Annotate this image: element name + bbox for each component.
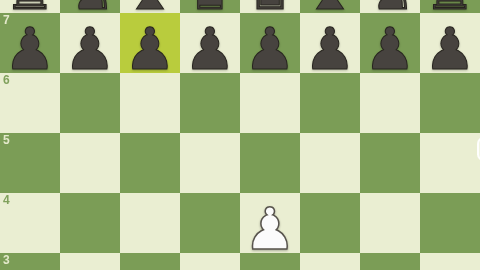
square-f5[interactable] xyxy=(300,133,360,193)
square-g8[interactable]: ♞ xyxy=(360,0,420,13)
square-e6[interactable] xyxy=(240,73,300,133)
square-e3[interactable] xyxy=(240,253,300,270)
square-h6[interactable] xyxy=(420,73,480,133)
square-c7[interactable]: ♟ xyxy=(120,13,180,73)
square-g4[interactable] xyxy=(360,193,420,253)
chess-app-viewport: 8♜♞♝♛♚♝♞♜7♟♟♟♟♟♟♟♟654♟32♟♟♟♟♟♟♟1♜♞♝♛♚♝♞♜ xyxy=(0,0,480,270)
square-f4[interactable] xyxy=(300,193,360,253)
square-e8[interactable]: ♚ xyxy=(240,0,300,13)
black-pawn-b7[interactable]: ♟ xyxy=(60,19,120,79)
square-f3[interactable] xyxy=(300,253,360,270)
rank-label-4: 4 xyxy=(3,193,10,208)
square-a6[interactable]: 6 xyxy=(0,73,60,133)
square-g3[interactable] xyxy=(360,253,420,270)
rank-label-5: 5 xyxy=(3,133,10,148)
square-a3[interactable]: 3 xyxy=(0,253,60,270)
black-pawn-h7[interactable]: ♟ xyxy=(420,19,480,79)
square-c6[interactable] xyxy=(120,73,180,133)
square-a7[interactable]: 7♟ xyxy=(0,13,60,73)
rank-label-3: 3 xyxy=(3,253,10,268)
square-b7[interactable]: ♟ xyxy=(60,13,120,73)
square-e5[interactable] xyxy=(240,133,300,193)
square-d8[interactable]: ♛ xyxy=(180,0,240,13)
black-pawn-f7[interactable]: ♟ xyxy=(300,19,360,79)
square-h7[interactable]: ♟ xyxy=(420,13,480,73)
square-a4[interactable]: 4 xyxy=(0,193,60,253)
square-c5[interactable] xyxy=(120,133,180,193)
square-c4[interactable] xyxy=(120,193,180,253)
square-b3[interactable] xyxy=(60,253,120,270)
black-pawn-d7[interactable]: ♟ xyxy=(180,19,240,79)
square-h5[interactable] xyxy=(420,133,480,193)
square-d5[interactable] xyxy=(180,133,240,193)
square-h3[interactable] xyxy=(420,253,480,270)
square-g7[interactable]: ♟ xyxy=(360,13,420,73)
square-d4[interactable] xyxy=(180,193,240,253)
black-pawn-g7[interactable]: ♟ xyxy=(360,19,420,79)
square-b6[interactable] xyxy=(60,73,120,133)
square-f8[interactable]: ♝ xyxy=(300,0,360,13)
square-g6[interactable] xyxy=(360,73,420,133)
black-pawn-a7[interactable]: ♟ xyxy=(0,19,60,79)
square-f6[interactable] xyxy=(300,73,360,133)
square-b8[interactable]: ♞ xyxy=(60,0,120,13)
square-a5[interactable]: 5 xyxy=(0,133,60,193)
square-h8[interactable]: ♜ xyxy=(420,0,480,13)
square-b5[interactable] xyxy=(60,133,120,193)
square-d6[interactable] xyxy=(180,73,240,133)
square-a8[interactable]: 8♜ xyxy=(0,0,60,13)
square-c8[interactable]: ♝ xyxy=(120,0,180,13)
square-b4[interactable] xyxy=(60,193,120,253)
square-c3[interactable] xyxy=(120,253,180,270)
square-f7[interactable]: ♟ xyxy=(300,13,360,73)
square-g5[interactable] xyxy=(360,133,420,193)
white-pawn-e4[interactable]: ♟ xyxy=(240,199,300,259)
black-pawn-c7[interactable]: ♟ xyxy=(120,19,180,79)
chess-board[interactable]: 8♜♞♝♛♚♝♞♜7♟♟♟♟♟♟♟♟654♟32♟♟♟♟♟♟♟1♜♞♝♛♚♝♞♜ xyxy=(0,0,480,270)
rank-label-6: 6 xyxy=(3,73,10,88)
square-d7[interactable]: ♟ xyxy=(180,13,240,73)
square-e7[interactable]: ♟ xyxy=(240,13,300,73)
black-pawn-e7[interactable]: ♟ xyxy=(240,19,300,79)
square-e4[interactable]: ♟ xyxy=(240,193,300,253)
square-h4[interactable] xyxy=(420,193,480,253)
square-d3[interactable] xyxy=(180,253,240,270)
